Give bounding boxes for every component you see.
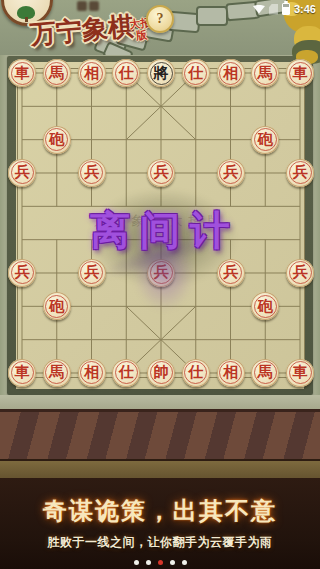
battery-icon — [282, 3, 290, 15]
piece-label: 車 — [293, 66, 308, 81]
piece-red-相[interactable]: 相 — [217, 59, 245, 87]
signal-icon — [269, 4, 278, 15]
piece-label: 砲 — [258, 299, 273, 314]
piece-red-馬[interactable]: 馬 — [251, 59, 279, 87]
piece-label: 馬 — [258, 66, 273, 81]
piece-red-帥[interactable]: 帥 — [147, 359, 175, 387]
piece-red-兵[interactable]: 兵 — [217, 159, 245, 187]
wifi-icon — [253, 5, 265, 14]
piece-label: 仕 — [119, 66, 134, 81]
piece-label: 兵 — [293, 265, 308, 280]
piece-red-馬[interactable]: 馬 — [251, 359, 279, 387]
piece-label: 砲 — [49, 299, 64, 314]
piece-label: 砲 — [258, 132, 273, 147]
piece-red-兵[interactable]: 兵 — [78, 259, 106, 287]
clock-time: 3:46 — [294, 3, 316, 15]
piece-red-相[interactable]: 相 — [217, 359, 245, 387]
piece-red-相[interactable]: 相 — [78, 59, 106, 87]
piece-label: 馬 — [49, 365, 64, 380]
piece-label: 相 — [84, 66, 99, 81]
piece-red-兵[interactable]: 兵 — [8, 259, 36, 287]
piece-label: 馬 — [49, 66, 64, 81]
piece-red-兵[interactable]: 兵 — [8, 159, 36, 187]
piece-red-仕[interactable]: 仕 — [182, 359, 210, 387]
wood-planks — [0, 409, 320, 459]
app-screen: 3:46 万宁象棋 大招 版 ? 万宁象棋大招版 車馬相仕將仕相馬車砲砲兵兵兵兵… — [0, 0, 320, 569]
piece-label: 砲 — [49, 132, 64, 147]
piece-red-馬[interactable]: 馬 — [43, 59, 71, 87]
piece-label: 相 — [84, 365, 99, 380]
carousel-dot-1[interactable] — [134, 560, 139, 565]
piece-label: 車 — [15, 365, 30, 380]
piece-red-車[interactable]: 車 — [286, 59, 314, 87]
piece-label: 兵 — [15, 265, 30, 280]
piece-red-相[interactable]: 相 — [78, 359, 106, 387]
piece-label: 兵 — [84, 265, 99, 280]
piece-label: 兵 — [154, 265, 169, 280]
promo-banner[interactable]: 奇谋诡策，出其不意 胜败于一线之间，让你翻手为云覆手为雨 — [0, 478, 320, 569]
piece-label: 仕 — [119, 365, 134, 380]
piece-red-仕[interactable]: 仕 — [182, 59, 210, 87]
carousel-dot-3[interactable] — [158, 560, 163, 565]
piece-red-兵[interactable]: 兵 — [286, 259, 314, 287]
piece-red-馬[interactable]: 馬 — [43, 359, 71, 387]
piece-red-仕[interactable]: 仕 — [112, 59, 140, 87]
banner-headline: 奇谋诡策，出其不意 — [0, 495, 320, 527]
pieces-layer: 車馬相仕將仕相馬車砲砲兵兵兵兵兵兵兵兵兵兵砲砲車馬相仕帥仕相馬車 — [0, 55, 320, 395]
piece-red-車[interactable]: 車 — [286, 359, 314, 387]
status-bar: 3:46 — [253, 2, 316, 16]
path-stone — [196, 6, 228, 26]
background-sign — [77, 1, 99, 11]
help-button[interactable]: ? — [146, 5, 174, 33]
piece-label: 仕 — [188, 66, 203, 81]
table-edge — [0, 395, 320, 409]
piece-red-兵[interactable]: 兵 — [147, 259, 175, 287]
piece-red-兵[interactable]: 兵 — [147, 159, 175, 187]
piece-label: 兵 — [84, 165, 99, 180]
banner-subline: 胜败于一线之间，让你翻手为云覆手为雨 — [0, 534, 320, 551]
carousel-dot-2[interactable] — [146, 560, 151, 565]
piece-red-砲[interactable]: 砲 — [251, 126, 279, 154]
carousel-dot-5[interactable] — [182, 560, 187, 565]
piece-red-砲[interactable]: 砲 — [43, 292, 71, 320]
piece-label: 帥 — [154, 365, 169, 380]
piece-red-砲[interactable]: 砲 — [251, 292, 279, 320]
carousel-dots — [0, 560, 320, 565]
piece-label: 兵 — [223, 165, 238, 180]
piece-label: 兵 — [154, 165, 169, 180]
piece-label: 兵 — [293, 165, 308, 180]
piece-label: 兵 — [223, 265, 238, 280]
piece-red-車[interactable]: 車 — [8, 59, 36, 87]
piece-label: 相 — [223, 365, 238, 380]
piece-label: 車 — [293, 365, 308, 380]
piece-red-砲[interactable]: 砲 — [43, 126, 71, 154]
piece-label: 仕 — [188, 365, 203, 380]
carousel-dot-4[interactable] — [170, 560, 175, 565]
piece-label: 車 — [15, 66, 30, 81]
piece-red-兵[interactable]: 兵 — [217, 259, 245, 287]
piece-label: 兵 — [15, 165, 30, 180]
piece-label: 馬 — [258, 365, 273, 380]
piece-black-將[interactable]: 將 — [147, 59, 175, 87]
piece-red-車[interactable]: 車 — [8, 359, 36, 387]
piece-red-兵[interactable]: 兵 — [286, 159, 314, 187]
piece-red-兵[interactable]: 兵 — [78, 159, 106, 187]
piece-label: 相 — [223, 66, 238, 81]
table-trim — [0, 459, 320, 478]
piece-red-仕[interactable]: 仕 — [112, 359, 140, 387]
piece-label: 將 — [154, 66, 169, 81]
